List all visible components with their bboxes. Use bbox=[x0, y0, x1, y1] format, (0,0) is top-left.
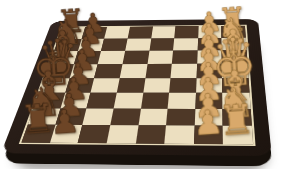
board-square bbox=[140, 92, 169, 108]
board-square bbox=[101, 38, 127, 51]
piece-black-pawn[interactable]: ♟ bbox=[49, 104, 81, 139]
board-square bbox=[87, 92, 117, 108]
board-square bbox=[147, 50, 173, 63]
board-frame: ♜♟♟♜♞♟♟♞♝♟♟♝♛♟♟♛♚♟♟♚♝♟♟♝♞♟♟♞♜♟♟♜ bbox=[1, 18, 272, 155]
board-square bbox=[125, 38, 151, 51]
board-square: ♜ bbox=[223, 125, 253, 143]
board-square bbox=[145, 63, 172, 77]
board-square bbox=[151, 26, 176, 38]
board-square bbox=[117, 77, 145, 92]
board-square bbox=[166, 108, 195, 125]
board-square bbox=[128, 26, 153, 38]
board-square bbox=[107, 125, 138, 143]
board-square bbox=[110, 108, 140, 125]
board-square bbox=[113, 92, 142, 108]
chess-board: ♜♟♟♜♞♟♟♞♝♟♟♝♛♟♟♛♚♟♟♚♝♟♟♝♞♟♟♞♜♟♟♜ bbox=[1, 18, 272, 155]
board-square bbox=[122, 50, 149, 63]
board-square bbox=[138, 108, 168, 125]
board-square bbox=[104, 26, 130, 38]
board-square bbox=[143, 77, 171, 92]
board-square bbox=[98, 50, 125, 63]
board-square bbox=[164, 125, 194, 143]
board-square bbox=[78, 125, 110, 143]
piece-white-rook[interactable]: ♜ bbox=[217, 99, 256, 142]
board-square bbox=[91, 77, 120, 92]
board-square bbox=[82, 108, 113, 125]
chess-photo-scene: ♜♟♟♜♞♟♟♞♝♟♟♝♛♟♟♛♚♟♟♚♝♟♟♝♞♟♟♞♜♟♟♜ bbox=[0, 0, 290, 169]
board-square bbox=[135, 125, 166, 143]
board-square bbox=[120, 63, 147, 77]
board-square bbox=[149, 38, 174, 51]
board-square bbox=[94, 64, 122, 78]
board-grid: ♜♟♟♜♞♟♟♞♝♟♟♝♛♟♟♛♚♟♟♚♝♟♟♝♞♟♟♞♜♟♟♜ bbox=[19, 24, 256, 145]
